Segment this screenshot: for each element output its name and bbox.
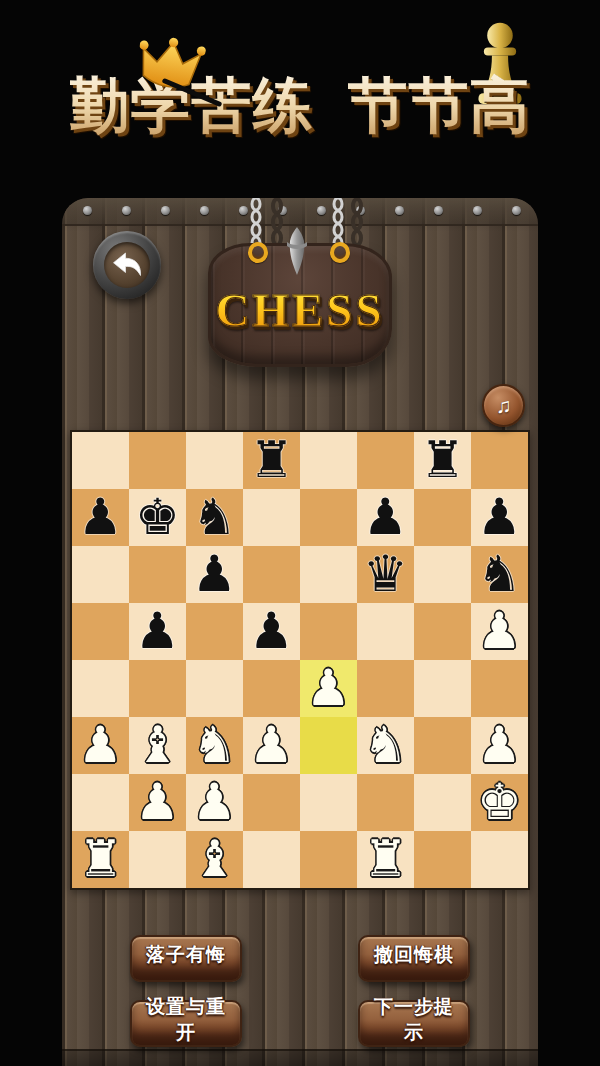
app-title: 勤学苦练节节高: [0, 62, 600, 148]
square-g8[interactable]: ♜: [414, 432, 471, 489]
piece-white-pawn: ♟: [477, 717, 522, 774]
nail-icon: [161, 206, 170, 215]
piece-white-pawn: ♟: [78, 717, 123, 774]
square-f3[interactable]: ♞: [357, 717, 414, 774]
action-button-take-back[interactable]: 撤回悔棋: [358, 935, 470, 982]
piece-black-pawn: ♟: [192, 546, 237, 603]
nail-icon: [200, 206, 209, 215]
square-a2[interactable]: [72, 774, 129, 831]
spear-icon: [286, 226, 308, 276]
square-g7[interactable]: [414, 489, 471, 546]
nail-icon: [512, 206, 521, 215]
square-d1[interactable]: [243, 831, 300, 888]
square-g6[interactable]: [414, 546, 471, 603]
square-h5[interactable]: ♟: [471, 603, 528, 660]
piece-white-bishop: ♝: [192, 831, 237, 888]
square-h7[interactable]: ♟: [471, 489, 528, 546]
chess-sign-label: CHESS: [215, 283, 384, 337]
back-arrow-icon: [109, 247, 145, 283]
square-e1[interactable]: [300, 831, 357, 888]
piece-white-pawn: ♟: [192, 774, 237, 831]
square-g3[interactable]: [414, 717, 471, 774]
piece-black-queen: ♛: [363, 546, 408, 603]
square-f1[interactable]: ♜: [357, 831, 414, 888]
square-a4[interactable]: [72, 660, 129, 717]
square-e7[interactable]: [300, 489, 357, 546]
square-c3[interactable]: ♞: [186, 717, 243, 774]
square-f6[interactable]: ♛: [357, 546, 414, 603]
title-part2: 节节高: [348, 70, 531, 140]
piece-black-rook: ♜: [249, 432, 294, 489]
nail-icon: [239, 206, 248, 215]
square-a5[interactable]: [72, 603, 129, 660]
piece-white-pawn: ♟: [135, 774, 180, 831]
square-b3[interactable]: ♝: [129, 717, 186, 774]
square-f4[interactable]: [357, 660, 414, 717]
square-b2[interactable]: ♟: [129, 774, 186, 831]
piece-black-pawn: ♟: [249, 603, 294, 660]
square-h1[interactable]: [471, 831, 528, 888]
action-button-enable-undo[interactable]: 落子有悔: [130, 935, 242, 982]
piece-white-pawn: ♟: [306, 660, 351, 717]
piece-black-king: ♚: [135, 489, 180, 546]
piece-black-rook: ♜: [420, 432, 465, 489]
square-e6[interactable]: [300, 546, 357, 603]
square-g2[interactable]: [414, 774, 471, 831]
panel-top-rail: [62, 198, 538, 226]
square-f5[interactable]: [357, 603, 414, 660]
panel-bottom-rail: [62, 1049, 538, 1066]
action-button-next-move-hint[interactable]: 下一步提示: [358, 1000, 470, 1047]
square-g1[interactable]: [414, 831, 471, 888]
square-b5[interactable]: ♟: [129, 603, 186, 660]
nail-icon: [395, 206, 404, 215]
square-a3[interactable]: ♟: [72, 717, 129, 774]
piece-white-pawn: ♟: [477, 603, 522, 660]
nail-icon: [317, 206, 326, 215]
square-h4[interactable]: [471, 660, 528, 717]
square-f7[interactable]: ♟: [357, 489, 414, 546]
square-b7[interactable]: ♚: [129, 489, 186, 546]
square-d3[interactable]: ♟: [243, 717, 300, 774]
piece-white-pawn: ♟: [249, 717, 294, 774]
piece-white-knight: ♞: [363, 717, 408, 774]
square-c4[interactable]: [186, 660, 243, 717]
square-h2[interactable]: ♚: [471, 774, 528, 831]
piece-black-pawn: ♟: [363, 489, 408, 546]
square-b6[interactable]: [129, 546, 186, 603]
square-a6[interactable]: [72, 546, 129, 603]
music-note-icon: ♫: [496, 394, 512, 417]
piece-black-pawn: ♟: [135, 603, 180, 660]
square-d6[interactable]: [243, 546, 300, 603]
square-c8[interactable]: [186, 432, 243, 489]
square-d8[interactable]: ♜: [243, 432, 300, 489]
square-e5[interactable]: [300, 603, 357, 660]
square-c2[interactable]: ♟: [186, 774, 243, 831]
square-e4[interactable]: ♟: [300, 660, 357, 717]
square-g4[interactable]: [414, 660, 471, 717]
nail-icon: [473, 206, 482, 215]
piece-black-knight: ♞: [477, 546, 522, 603]
square-b1[interactable]: [129, 831, 186, 888]
action-button-settings-restart[interactable]: 设置与重开: [130, 1000, 242, 1047]
ring-icon: [248, 242, 268, 263]
square-e3[interactable]: [300, 717, 357, 774]
wood-panel: CHESS ♫ ♜♜♟♚♞♟♟♟♛♞♟♟♟♟♟♝♞♟♞♟♟: [62, 198, 538, 1066]
piece-white-bishop: ♝: [135, 717, 180, 774]
piece-white-knight: ♞: [192, 717, 237, 774]
nail-icon: [434, 206, 443, 215]
square-h3[interactable]: ♟: [471, 717, 528, 774]
music-button[interactable]: ♫: [482, 384, 525, 427]
piece-black-pawn: ♟: [477, 489, 522, 546]
chess-board: ♜♜♟♚♞♟♟♟♛♞♟♟♟♟♟♝♞♟♞♟♟♟♚♜♝♜: [70, 430, 530, 890]
square-f2[interactable]: [357, 774, 414, 831]
square-b4[interactable]: [129, 660, 186, 717]
back-button[interactable]: [93, 231, 161, 299]
square-d4[interactable]: [243, 660, 300, 717]
square-g5[interactable]: [414, 603, 471, 660]
square-d2[interactable]: [243, 774, 300, 831]
square-c5[interactable]: [186, 603, 243, 660]
nail-icon: [83, 206, 92, 215]
piece-white-rook: ♜: [363, 831, 408, 888]
ring-icon: [330, 242, 350, 263]
piece-black-pawn: ♟: [78, 489, 123, 546]
piece-black-knight: ♞: [192, 489, 237, 546]
square-c6[interactable]: ♟: [186, 546, 243, 603]
square-c7[interactable]: ♞: [186, 489, 243, 546]
square-h8[interactable]: [471, 432, 528, 489]
square-a8[interactable]: [72, 432, 129, 489]
square-a1[interactable]: ♜: [72, 831, 129, 888]
nail-icon: [122, 206, 131, 215]
screen: 勤学苦练节节高 CHESS: [0, 0, 600, 1066]
square-d5[interactable]: ♟: [243, 603, 300, 660]
square-e8[interactable]: [300, 432, 357, 489]
back-button-face: [104, 242, 150, 288]
piece-white-rook: ♜: [78, 831, 123, 888]
square-b8[interactable]: [129, 432, 186, 489]
square-h6[interactable]: ♞: [471, 546, 528, 603]
square-d7[interactable]: [243, 489, 300, 546]
square-e2[interactable]: [300, 774, 357, 831]
square-a7[interactable]: ♟: [72, 489, 129, 546]
piece-white-king: ♚: [477, 774, 522, 831]
square-f8[interactable]: [357, 432, 414, 489]
square-c1[interactable]: ♝: [186, 831, 243, 888]
